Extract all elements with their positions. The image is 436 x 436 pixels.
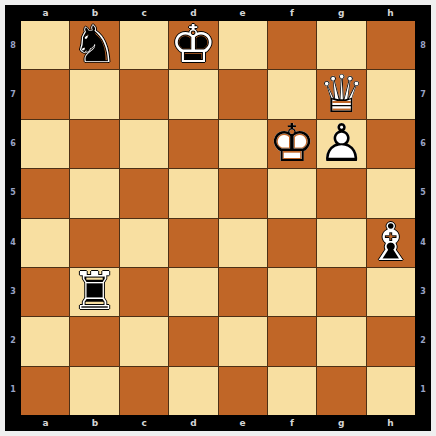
square-a5[interactable] — [21, 169, 69, 217]
white-queen-piece[interactable]: ♛♕ — [317, 70, 365, 118]
square-e8[interactable] — [219, 21, 267, 69]
square-f8[interactable] — [268, 21, 316, 69]
white-king-piece[interactable]: ♚♔ — [268, 120, 316, 168]
black-knight-piece[interactable]: ♞♘ — [70, 21, 118, 69]
square-a4[interactable] — [21, 219, 69, 267]
rank-label-7: 7 — [5, 70, 21, 119]
rank-label-3: 3 — [5, 267, 21, 316]
square-b4[interactable] — [70, 219, 118, 267]
square-h2[interactable] — [367, 317, 415, 365]
square-d1[interactable] — [169, 367, 217, 415]
piece-outline-layer: ♘ — [71, 18, 118, 70]
square-d5[interactable] — [169, 169, 217, 217]
square-h5[interactable] — [367, 169, 415, 217]
black-king-piece[interactable]: ♚♔ — [169, 21, 217, 69]
rank-label-8: 8 — [415, 21, 431, 70]
square-d4[interactable] — [169, 219, 217, 267]
square-c7[interactable] — [120, 70, 168, 118]
square-e1[interactable] — [219, 367, 267, 415]
square-e4[interactable] — [219, 219, 267, 267]
square-b5[interactable] — [70, 169, 118, 217]
square-g8[interactable] — [317, 21, 365, 69]
square-a2[interactable] — [21, 317, 69, 365]
square-h3[interactable] — [367, 268, 415, 316]
square-e5[interactable] — [219, 169, 267, 217]
square-b6[interactable] — [70, 120, 118, 168]
square-a7[interactable] — [21, 70, 69, 118]
square-g7[interactable]: ♛♕ — [317, 70, 365, 118]
rank-label-1: 1 — [415, 366, 431, 415]
square-h7[interactable] — [367, 70, 415, 118]
page: { "game": "chess", "position": { "fen": … — [0, 0, 436, 436]
piece-outline-layer: ♔ — [269, 117, 316, 169]
square-g2[interactable] — [317, 317, 365, 365]
square-h6[interactable] — [367, 120, 415, 168]
square-h8[interactable] — [367, 21, 415, 69]
square-c8[interactable] — [120, 21, 168, 69]
square-b1[interactable] — [70, 367, 118, 415]
square-a3[interactable] — [21, 268, 69, 316]
square-b7[interactable] — [70, 70, 118, 118]
square-g6[interactable]: ♟♙ — [317, 120, 365, 168]
square-b3[interactable]: ♜♖ — [70, 268, 118, 316]
file-label-d: d — [169, 415, 218, 431]
piece-outline-layer: ♖ — [71, 265, 118, 317]
file-label-h: h — [366, 5, 415, 21]
chess-board-frame: abcdefgh abcdefgh 87654321 87654321 ♞♘♚♔… — [5, 5, 431, 431]
file-label-e: e — [218, 415, 267, 431]
square-b2[interactable] — [70, 317, 118, 365]
black-bishop-piece[interactable]: ♝♗ — [367, 219, 415, 267]
rank-label-3: 3 — [415, 267, 431, 316]
file-label-g: g — [317, 415, 366, 431]
square-g4[interactable] — [317, 219, 365, 267]
rank-label-5: 5 — [415, 169, 431, 218]
square-e3[interactable] — [219, 268, 267, 316]
square-a1[interactable] — [21, 367, 69, 415]
square-f3[interactable] — [268, 268, 316, 316]
file-label-b: b — [70, 415, 119, 431]
square-d7[interactable] — [169, 70, 217, 118]
square-g5[interactable] — [317, 169, 365, 217]
rank-label-1: 1 — [5, 366, 21, 415]
square-e7[interactable] — [219, 70, 267, 118]
black-rook-piece[interactable]: ♜♖ — [70, 268, 118, 316]
file-label-c: c — [120, 5, 169, 21]
square-d3[interactable] — [169, 268, 217, 316]
rank-labels-left: 87654321 — [5, 21, 21, 415]
square-a6[interactable] — [21, 120, 69, 168]
square-h1[interactable] — [367, 367, 415, 415]
square-f2[interactable] — [268, 317, 316, 365]
square-c1[interactable] — [120, 367, 168, 415]
square-h4[interactable]: ♝♗ — [367, 219, 415, 267]
square-f6[interactable]: ♚♔ — [268, 120, 316, 168]
square-e6[interactable] — [219, 120, 267, 168]
square-g3[interactable] — [317, 268, 365, 316]
file-label-f: f — [267, 5, 316, 21]
square-f1[interactable] — [268, 367, 316, 415]
rank-label-4: 4 — [5, 218, 21, 267]
square-b8[interactable]: ♞♘ — [70, 21, 118, 69]
square-c6[interactable] — [120, 120, 168, 168]
square-e2[interactable] — [219, 317, 267, 365]
square-c2[interactable] — [120, 317, 168, 365]
file-label-c: c — [120, 415, 169, 431]
square-g1[interactable] — [317, 367, 365, 415]
square-c3[interactable] — [120, 268, 168, 316]
chess-board: ♞♘♚♔♛♕♚♔♟♙♝♗♜♖ — [21, 21, 415, 415]
piece-outline-layer: ♗ — [368, 216, 415, 268]
rank-label-2: 2 — [5, 317, 21, 366]
square-d6[interactable] — [169, 120, 217, 168]
square-f7[interactable] — [268, 70, 316, 118]
square-d2[interactable] — [169, 317, 217, 365]
piece-outline-layer: ♙ — [318, 117, 365, 169]
rank-label-6: 6 — [415, 120, 431, 169]
square-c5[interactable] — [120, 169, 168, 217]
piece-outline-layer: ♕ — [318, 68, 365, 120]
rank-label-7: 7 — [415, 70, 431, 119]
square-a8[interactable] — [21, 21, 69, 69]
file-label-g: g — [317, 5, 366, 21]
file-label-e: e — [218, 5, 267, 21]
white-pawn-piece[interactable]: ♟♙ — [317, 120, 365, 168]
file-label-a: a — [21, 5, 70, 21]
piece-outline-layer: ♔ — [170, 18, 217, 70]
square-d8[interactable]: ♚♔ — [169, 21, 217, 69]
rank-label-6: 6 — [5, 120, 21, 169]
rank-label-8: 8 — [5, 21, 21, 70]
file-label-h: h — [366, 415, 415, 431]
file-label-f: f — [267, 415, 316, 431]
file-labels-bottom: abcdefgh — [21, 415, 415, 431]
rank-labels-right: 87654321 — [415, 21, 431, 415]
square-f4[interactable] — [268, 219, 316, 267]
rank-label-4: 4 — [415, 218, 431, 267]
square-c4[interactable] — [120, 219, 168, 267]
file-label-a: a — [21, 415, 70, 431]
rank-label-2: 2 — [415, 317, 431, 366]
rank-label-5: 5 — [5, 169, 21, 218]
square-f5[interactable] — [268, 169, 316, 217]
